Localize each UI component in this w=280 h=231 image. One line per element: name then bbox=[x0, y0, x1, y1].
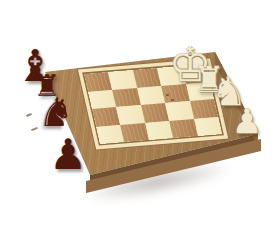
piece-black-knight[interactable]: ♞ bbox=[36, 92, 76, 132]
piece-black-pawn[interactable]: ♟ bbox=[47, 134, 89, 176]
square-r4-c5[interactable] bbox=[194, 116, 222, 136]
chess-set-photo: ♝♜♞♟♚♜♞♟ bbox=[0, 0, 280, 231]
rim-engraving-mark bbox=[26, 113, 32, 117]
piece-white-pawn[interactable]: ♟ bbox=[230, 104, 264, 138]
